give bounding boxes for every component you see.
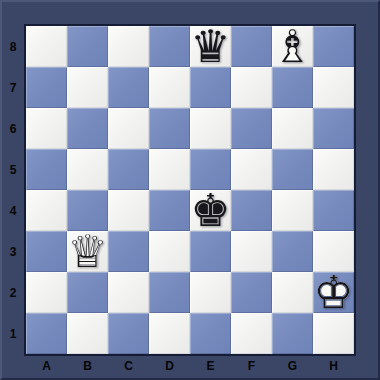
square-b3[interactable]: ♛♕ bbox=[67, 231, 108, 272]
square-f3[interactable] bbox=[231, 231, 272, 272]
square-g6[interactable] bbox=[272, 108, 313, 149]
square-c7[interactable] bbox=[108, 67, 149, 108]
square-a4[interactable] bbox=[26, 190, 67, 231]
square-e4[interactable]: ♚ bbox=[190, 190, 231, 231]
square-c8[interactable] bbox=[108, 26, 149, 67]
square-f4[interactable] bbox=[231, 190, 272, 231]
square-f1[interactable] bbox=[231, 313, 272, 354]
square-d7[interactable] bbox=[149, 67, 190, 108]
square-f5[interactable] bbox=[231, 149, 272, 190]
square-a8[interactable] bbox=[26, 26, 67, 67]
square-h5[interactable] bbox=[313, 149, 354, 190]
rank-label-4: 4 bbox=[2, 190, 24, 231]
square-f8[interactable] bbox=[231, 26, 272, 67]
square-d6[interactable] bbox=[149, 108, 190, 149]
white-queen-glyph-outline: ♕ bbox=[67, 231, 108, 272]
rank-labels: 87654321 bbox=[2, 26, 24, 354]
square-e6[interactable] bbox=[190, 108, 231, 149]
black-king-glyph: ♚ bbox=[190, 190, 231, 231]
square-a2[interactable] bbox=[26, 272, 67, 313]
chess-board[interactable]: ♛♝♗♚♛♕♚♔ bbox=[24, 24, 356, 356]
square-g2[interactable] bbox=[272, 272, 313, 313]
square-b8[interactable] bbox=[67, 26, 108, 67]
square-g8[interactable]: ♝♗ bbox=[272, 26, 313, 67]
square-d5[interactable] bbox=[149, 149, 190, 190]
square-e8[interactable]: ♛ bbox=[190, 26, 231, 67]
rank-label-6: 6 bbox=[2, 108, 24, 149]
square-c3[interactable] bbox=[108, 231, 149, 272]
square-g3[interactable] bbox=[272, 231, 313, 272]
square-a1[interactable] bbox=[26, 313, 67, 354]
square-a7[interactable] bbox=[26, 67, 67, 108]
file-label-d: D bbox=[149, 357, 190, 374]
square-g1[interactable] bbox=[272, 313, 313, 354]
rank-label-8: 8 bbox=[2, 26, 24, 67]
square-f7[interactable] bbox=[231, 67, 272, 108]
square-e1[interactable] bbox=[190, 313, 231, 354]
square-f2[interactable] bbox=[231, 272, 272, 313]
square-c6[interactable] bbox=[108, 108, 149, 149]
square-g4[interactable] bbox=[272, 190, 313, 231]
square-b5[interactable] bbox=[67, 149, 108, 190]
square-h8[interactable] bbox=[313, 26, 354, 67]
piece-white-bishop-g8[interactable]: ♝♗ bbox=[272, 26, 313, 67]
file-label-f: F bbox=[231, 357, 272, 374]
square-e3[interactable] bbox=[190, 231, 231, 272]
file-label-g: G bbox=[272, 357, 313, 374]
square-h7[interactable] bbox=[313, 67, 354, 108]
rank-label-2: 2 bbox=[2, 272, 24, 313]
rank-label-5: 5 bbox=[2, 149, 24, 190]
file-label-e: E bbox=[190, 357, 231, 374]
rank-label-3: 3 bbox=[2, 231, 24, 272]
square-a6[interactable] bbox=[26, 108, 67, 149]
file-label-b: B bbox=[67, 357, 108, 374]
square-d3[interactable] bbox=[149, 231, 190, 272]
file-label-c: C bbox=[108, 357, 149, 374]
square-c1[interactable] bbox=[108, 313, 149, 354]
square-h4[interactable] bbox=[313, 190, 354, 231]
piece-white-king-h2[interactable]: ♚♔ bbox=[313, 272, 354, 313]
square-d4[interactable] bbox=[149, 190, 190, 231]
square-g5[interactable] bbox=[272, 149, 313, 190]
square-d2[interactable] bbox=[149, 272, 190, 313]
square-c5[interactable] bbox=[108, 149, 149, 190]
square-b1[interactable] bbox=[67, 313, 108, 354]
file-label-a: A bbox=[26, 357, 67, 374]
white-bishop-glyph-outline: ♗ bbox=[272, 26, 313, 67]
square-e7[interactable] bbox=[190, 67, 231, 108]
piece-black-king-e4[interactable]: ♚ bbox=[190, 190, 231, 231]
square-c4[interactable] bbox=[108, 190, 149, 231]
square-c2[interactable] bbox=[108, 272, 149, 313]
square-b7[interactable] bbox=[67, 67, 108, 108]
piece-white-queen-b3[interactable]: ♛♕ bbox=[67, 231, 108, 272]
square-e2[interactable] bbox=[190, 272, 231, 313]
square-f6[interactable] bbox=[231, 108, 272, 149]
chess-diagram: ♛♝♗♚♛♕♚♔ 87654321 ABCDEFGH bbox=[0, 0, 380, 380]
rank-label-7: 7 bbox=[2, 67, 24, 108]
file-label-h: H bbox=[313, 357, 354, 374]
white-king-glyph-outline: ♔ bbox=[313, 272, 354, 313]
square-h6[interactable] bbox=[313, 108, 354, 149]
square-b2[interactable] bbox=[67, 272, 108, 313]
rank-label-1: 1 bbox=[2, 313, 24, 354]
square-a5[interactable] bbox=[26, 149, 67, 190]
square-d1[interactable] bbox=[149, 313, 190, 354]
file-labels: ABCDEFGH bbox=[26, 357, 354, 374]
square-d8[interactable] bbox=[149, 26, 190, 67]
square-h2[interactable]: ♚♔ bbox=[313, 272, 354, 313]
square-g7[interactable] bbox=[272, 67, 313, 108]
square-a3[interactable] bbox=[26, 231, 67, 272]
square-h1[interactable] bbox=[313, 313, 354, 354]
piece-black-queen-e8[interactable]: ♛ bbox=[190, 26, 231, 67]
square-b6[interactable] bbox=[67, 108, 108, 149]
black-queen-glyph: ♛ bbox=[190, 26, 231, 67]
